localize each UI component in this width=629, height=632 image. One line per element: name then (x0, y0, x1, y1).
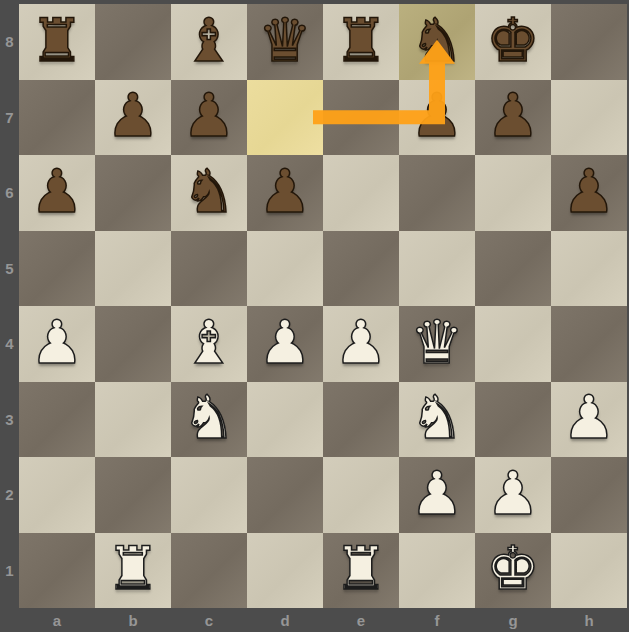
square-h2[interactable] (551, 457, 627, 533)
piece-black-pawn-h6[interactable]: ♟ (562, 161, 616, 221)
square-h7[interactable] (551, 80, 627, 156)
square-e3[interactable] (323, 382, 399, 458)
square-f4[interactable]: ♛ (399, 306, 475, 382)
square-b2[interactable] (95, 457, 171, 533)
piece-white-rook-e1[interactable]: ♜ (334, 538, 388, 598)
rank-label-7: 7 (0, 80, 19, 156)
file-label-h: h (551, 608, 627, 632)
piece-black-pawn-f7[interactable]: ♟ (410, 85, 464, 145)
square-a2[interactable] (19, 457, 95, 533)
square-b5[interactable] (95, 231, 171, 307)
piece-black-pawn-a6[interactable]: ♟ (30, 161, 84, 221)
square-d2[interactable] (247, 457, 323, 533)
square-h3[interactable]: ♟ (551, 382, 627, 458)
square-a3[interactable] (19, 382, 95, 458)
square-f1[interactable] (399, 533, 475, 609)
square-h5[interactable] (551, 231, 627, 307)
file-labels: abcdefgh (19, 608, 627, 632)
square-g3[interactable] (475, 382, 551, 458)
square-a4[interactable]: ♟ (19, 306, 95, 382)
file-label-g: g (475, 608, 551, 632)
square-h4[interactable] (551, 306, 627, 382)
chess-board-frame: 87654321 ♜♝♛♜♞♚♟♟♟♟♟♞♟♟♟♝♟♟♛♞♞♟♟♟♜♜♚ abc… (0, 0, 629, 632)
square-a7[interactable] (19, 80, 95, 156)
square-b6[interactable] (95, 155, 171, 231)
square-g4[interactable] (475, 306, 551, 382)
square-c1[interactable] (171, 533, 247, 609)
piece-black-pawn-g7[interactable]: ♟ (486, 85, 540, 145)
piece-white-pawn-g2[interactable]: ♟ (486, 463, 540, 523)
square-c3[interactable]: ♞ (171, 382, 247, 458)
square-b8[interactable] (95, 4, 171, 80)
square-f3[interactable]: ♞ (399, 382, 475, 458)
piece-white-pawn-a4[interactable]: ♟ (30, 312, 84, 372)
piece-black-queen-d8[interactable]: ♛ (258, 10, 312, 70)
piece-black-pawn-c7[interactable]: ♟ (182, 85, 236, 145)
piece-white-pawn-e4[interactable]: ♟ (334, 312, 388, 372)
piece-black-knight-f8[interactable]: ♞ (410, 10, 464, 70)
piece-black-knight-c6[interactable]: ♞ (182, 161, 236, 221)
square-a6[interactable]: ♟ (19, 155, 95, 231)
square-g1[interactable]: ♚ (475, 533, 551, 609)
piece-white-rook-b1[interactable]: ♜ (106, 538, 160, 598)
piece-white-king-g1[interactable]: ♚ (486, 538, 540, 598)
rank-label-2: 2 (0, 457, 19, 533)
rank-label-1: 1 (0, 533, 19, 609)
piece-white-knight-f3[interactable]: ♞ (410, 387, 464, 447)
square-b1[interactable]: ♜ (95, 533, 171, 609)
square-b4[interactable] (95, 306, 171, 382)
square-g6[interactable] (475, 155, 551, 231)
square-g2[interactable]: ♟ (475, 457, 551, 533)
piece-black-pawn-b7[interactable]: ♟ (106, 85, 160, 145)
square-e8[interactable]: ♜ (323, 4, 399, 80)
square-h1[interactable] (551, 533, 627, 609)
piece-black-pawn-d6[interactable]: ♟ (258, 161, 312, 221)
square-e7[interactable] (323, 80, 399, 156)
square-c6[interactable]: ♞ (171, 155, 247, 231)
piece-black-rook-a8[interactable]: ♜ (30, 10, 84, 70)
square-e4[interactable]: ♟ (323, 306, 399, 382)
rank-label-6: 6 (0, 155, 19, 231)
piece-white-bishop-c4[interactable]: ♝ (182, 312, 236, 372)
file-label-c: c (171, 608, 247, 632)
file-label-b: b (95, 608, 171, 632)
file-label-d: d (247, 608, 323, 632)
square-b7[interactable]: ♟ (95, 80, 171, 156)
chess-board[interactable]: ♜♝♛♜♞♚♟♟♟♟♟♞♟♟♟♝♟♟♛♞♞♟♟♟♜♜♚ (19, 4, 627, 608)
square-a5[interactable] (19, 231, 95, 307)
square-c5[interactable] (171, 231, 247, 307)
piece-black-rook-e8[interactable]: ♜ (334, 10, 388, 70)
square-c7[interactable]: ♟ (171, 80, 247, 156)
square-c2[interactable] (171, 457, 247, 533)
rank-labels: 87654321 (0, 4, 19, 608)
square-f8[interactable]: ♞ (399, 4, 475, 80)
square-c8[interactable]: ♝ (171, 4, 247, 80)
square-h8[interactable] (551, 4, 627, 80)
square-f2[interactable]: ♟ (399, 457, 475, 533)
piece-white-pawn-h3[interactable]: ♟ (562, 387, 616, 447)
square-d1[interactable] (247, 533, 323, 609)
square-a8[interactable]: ♜ (19, 4, 95, 80)
rank-label-8: 8 (0, 4, 19, 80)
square-e1[interactable]: ♜ (323, 533, 399, 609)
square-c4[interactable]: ♝ (171, 306, 247, 382)
square-e6[interactable] (323, 155, 399, 231)
square-g5[interactable] (475, 231, 551, 307)
piece-white-knight-c3[interactable]: ♞ (182, 387, 236, 447)
square-e2[interactable] (323, 457, 399, 533)
piece-white-pawn-f2[interactable]: ♟ (410, 463, 464, 523)
file-label-e: e (323, 608, 399, 632)
square-d6[interactable]: ♟ (247, 155, 323, 231)
piece-black-king-g8[interactable]: ♚ (486, 10, 540, 70)
square-b3[interactable] (95, 382, 171, 458)
piece-white-pawn-d4[interactable]: ♟ (258, 312, 312, 372)
square-a1[interactable] (19, 533, 95, 609)
file-label-f: f (399, 608, 475, 632)
square-g8[interactable]: ♚ (475, 4, 551, 80)
piece-white-queen-f4[interactable]: ♛ (410, 312, 464, 372)
file-label-a: a (19, 608, 95, 632)
square-f6[interactable] (399, 155, 475, 231)
square-d8[interactable]: ♛ (247, 4, 323, 80)
square-h6[interactable]: ♟ (551, 155, 627, 231)
piece-black-bishop-c8[interactable]: ♝ (182, 10, 236, 70)
square-d7[interactable] (247, 80, 323, 156)
square-f5[interactable] (399, 231, 475, 307)
square-f7[interactable]: ♟ (399, 80, 475, 156)
rank-label-3: 3 (0, 382, 19, 458)
rank-label-4: 4 (0, 306, 19, 382)
square-d3[interactable] (247, 382, 323, 458)
square-d5[interactable] (247, 231, 323, 307)
square-e5[interactable] (323, 231, 399, 307)
square-g7[interactable]: ♟ (475, 80, 551, 156)
rank-label-5: 5 (0, 231, 19, 307)
square-d4[interactable]: ♟ (247, 306, 323, 382)
